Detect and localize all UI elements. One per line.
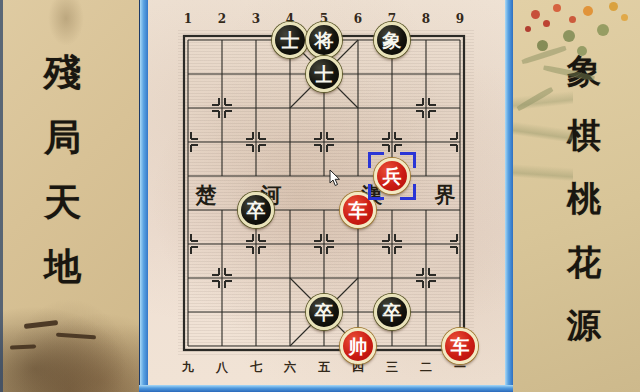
file-label-bottom: 五 xyxy=(314,359,334,376)
piece-black-soldier[interactable]: 卒 xyxy=(374,294,410,330)
piece-black-soldier[interactable]: 卒 xyxy=(306,294,342,330)
piece-red-chariot[interactable]: 车 xyxy=(442,328,478,364)
window-left-border xyxy=(0,0,3,392)
piece-red-general[interactable]: 帅 xyxy=(340,328,376,364)
flower-dot xyxy=(621,14,628,21)
file-label-top: 9 xyxy=(450,12,470,26)
file-label-top: 8 xyxy=(416,12,436,26)
file-label-top: 1 xyxy=(178,12,198,26)
flower-dot xyxy=(583,6,593,16)
willow-branches xyxy=(513,20,573,240)
file-label-bottom: 七 xyxy=(246,359,266,376)
board-frame-bottom xyxy=(139,385,513,392)
file-label-bottom: 二 xyxy=(416,359,436,376)
xiangqi-board[interactable]: 楚河漢界 123456789 九八七六五四三二一 士将象士兵卒车卒卒帅车 xyxy=(148,0,505,386)
flower-dot xyxy=(553,4,561,12)
left-panel-title: 殘局天地 xyxy=(44,40,81,299)
file-label-bottom: 三 xyxy=(382,359,402,376)
file-label-top: 6 xyxy=(348,12,368,26)
flower-dot xyxy=(609,2,618,11)
flower-dot xyxy=(597,24,609,36)
river-char: 界 xyxy=(432,181,458,209)
file-label-top: 2 xyxy=(212,12,232,26)
piece-black-elephant[interactable]: 象 xyxy=(374,22,410,58)
piece-black-advisor[interactable]: 士 xyxy=(306,56,342,92)
file-label-top: 3 xyxy=(246,12,266,26)
flower-dot xyxy=(577,46,587,56)
right-title-char: 源 xyxy=(567,294,601,358)
left-title-char: 地 xyxy=(44,234,81,299)
right-title-char: 花 xyxy=(567,231,601,295)
app-window: 殘局天地 楚河漢界 123456789 九八七六五四三二一 士将象士兵卒车卒卒帅… xyxy=(0,0,640,392)
river-char: 楚 xyxy=(193,181,219,209)
piece-red-chariot[interactable]: 车 xyxy=(340,192,376,228)
left-title-char: 天 xyxy=(44,170,81,235)
piece-black-advisor[interactable]: 士 xyxy=(272,22,308,58)
file-label-bottom: 九 xyxy=(178,359,198,376)
flower-dot xyxy=(531,10,540,19)
left-title-char: 殘 xyxy=(44,40,81,105)
file-label-bottom: 六 xyxy=(280,359,300,376)
piece-black-soldier[interactable]: 卒 xyxy=(238,192,274,228)
left-title-char: 局 xyxy=(44,105,81,170)
left-decor-panel: 殘局天地 xyxy=(0,0,139,392)
piece-black-general[interactable]: 将 xyxy=(306,22,342,58)
file-label-bottom: 八 xyxy=(212,359,232,376)
piece-red-soldier[interactable]: 兵 xyxy=(374,158,410,194)
